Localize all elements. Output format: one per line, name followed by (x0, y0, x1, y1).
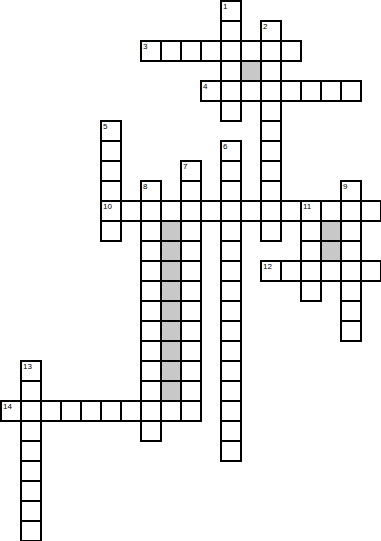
cell[interactable] (300, 280, 322, 302)
cell[interactable] (340, 240, 362, 262)
cell[interactable] (100, 140, 122, 162)
cell[interactable] (260, 100, 282, 122)
shaded-cell[interactable] (320, 240, 342, 262)
cell[interactable] (220, 80, 242, 102)
cell[interactable] (220, 220, 242, 242)
cell[interactable] (260, 40, 282, 62)
cell[interactable] (220, 240, 242, 262)
shaded-cell[interactable] (160, 300, 182, 322)
cell[interactable] (280, 200, 302, 222)
cell[interactable] (260, 160, 282, 182)
clue-number: 3 (143, 42, 147, 51)
clue-number: 12 (263, 262, 272, 271)
cell[interactable]: 2 (260, 20, 282, 42)
cell[interactable] (180, 240, 202, 262)
cell[interactable] (340, 260, 362, 282)
cell[interactable] (140, 280, 162, 302)
cell[interactable] (260, 120, 282, 142)
cell[interactable] (100, 400, 122, 422)
cell[interactable] (160, 40, 182, 62)
cell[interactable] (20, 520, 42, 541)
cell[interactable] (180, 260, 202, 282)
clue-number: 2 (263, 22, 267, 31)
cell[interactable] (280, 260, 302, 282)
shaded-cell[interactable] (160, 240, 182, 262)
cell[interactable] (20, 440, 42, 462)
cell[interactable] (140, 420, 162, 442)
cell[interactable] (220, 100, 242, 122)
cell[interactable] (220, 320, 242, 342)
cell[interactable] (220, 280, 242, 302)
cell[interactable] (180, 360, 202, 382)
cell[interactable] (100, 220, 122, 242)
cell[interactable] (300, 260, 322, 282)
cell[interactable] (220, 300, 242, 322)
cell[interactable] (200, 40, 222, 62)
cell[interactable] (220, 260, 242, 282)
cell[interactable]: 13 (20, 360, 42, 382)
cell[interactable] (160, 400, 182, 422)
cell[interactable] (140, 240, 162, 262)
cell[interactable] (320, 260, 342, 282)
cell[interactable] (300, 240, 322, 262)
clue-number: 13 (23, 362, 32, 371)
cell[interactable] (120, 400, 142, 422)
cell[interactable] (300, 80, 322, 102)
cell[interactable] (140, 320, 162, 342)
cell[interactable] (220, 360, 242, 382)
cell[interactable] (140, 300, 162, 322)
clue-number: 14 (3, 402, 12, 411)
cell[interactable] (260, 60, 282, 82)
cell[interactable] (180, 280, 202, 302)
cell[interactable] (100, 180, 122, 202)
cell[interactable] (220, 380, 242, 402)
cell[interactable]: 3 (140, 40, 162, 62)
cell[interactable] (180, 200, 202, 222)
cell[interactable] (20, 460, 42, 482)
cell[interactable] (40, 400, 62, 422)
shaded-cell[interactable] (160, 360, 182, 382)
crossword-board: 1234567891011121314 (0, 0, 381, 541)
cell[interactable]: 11 (300, 200, 322, 222)
shaded-cell[interactable] (160, 220, 182, 242)
cell[interactable] (220, 60, 242, 82)
cell[interactable] (180, 380, 202, 402)
cell[interactable] (220, 20, 242, 42)
cell[interactable] (340, 300, 362, 322)
cell[interactable]: 12 (260, 260, 282, 282)
cell[interactable]: 14 (0, 400, 22, 422)
cell[interactable] (220, 420, 242, 442)
cell[interactable] (140, 400, 162, 422)
clue-number: 4 (203, 82, 207, 91)
shaded-cell[interactable] (160, 320, 182, 342)
cell[interactable] (20, 500, 42, 522)
clue-number: 5 (103, 122, 107, 131)
clue-number: 7 (183, 162, 187, 171)
shaded-cell[interactable] (160, 340, 182, 362)
cell[interactable] (180, 40, 202, 62)
cell[interactable] (280, 40, 302, 62)
cell[interactable] (20, 400, 42, 422)
cell[interactable] (80, 400, 102, 422)
clue-number: 9 (343, 182, 347, 191)
cell[interactable] (20, 420, 42, 442)
cell[interactable]: 1 (220, 0, 242, 22)
cell[interactable] (180, 300, 202, 322)
cell[interactable] (220, 40, 242, 62)
cell[interactable] (120, 200, 142, 222)
cell[interactable] (260, 200, 282, 222)
cell[interactable] (160, 200, 182, 222)
cell[interactable] (100, 160, 122, 182)
cell[interactable] (360, 260, 381, 282)
clue-number: 6 (223, 142, 227, 151)
cell[interactable] (220, 180, 242, 202)
clue-number: 1 (223, 2, 227, 11)
shaded-cell[interactable] (320, 220, 342, 242)
cell[interactable] (180, 220, 202, 242)
cell[interactable] (180, 400, 202, 422)
cell[interactable] (340, 80, 362, 102)
cell[interactable]: 4 (200, 80, 222, 102)
cell[interactable] (340, 220, 362, 242)
cell[interactable] (20, 480, 42, 502)
cell[interactable] (260, 80, 282, 102)
cell[interactable] (180, 340, 202, 362)
cell[interactable] (20, 380, 42, 402)
cell[interactable] (240, 80, 262, 102)
cell[interactable] (140, 200, 162, 222)
cell[interactable]: 9 (340, 180, 362, 202)
clue-number: 10 (103, 202, 112, 211)
shaded-cell[interactable] (160, 280, 182, 302)
cell[interactable] (340, 280, 362, 302)
cell[interactable]: 8 (140, 180, 162, 202)
cell[interactable]: 6 (220, 140, 242, 162)
cell[interactable] (140, 220, 162, 242)
cell[interactable] (320, 200, 342, 222)
cell[interactable] (240, 40, 262, 62)
cell[interactable]: 10 (100, 200, 122, 222)
cell[interactable] (140, 260, 162, 282)
clue-number: 8 (143, 182, 147, 191)
shaded-cell[interactable] (160, 260, 182, 282)
cell[interactable] (140, 340, 162, 362)
shaded-cell[interactable] (240, 60, 262, 82)
cell[interactable] (300, 220, 322, 242)
cell[interactable] (260, 180, 282, 202)
cell[interactable]: 5 (100, 120, 122, 142)
cell[interactable] (180, 180, 202, 202)
cell[interactable] (360, 200, 381, 222)
cell[interactable] (340, 320, 362, 342)
cell[interactable] (280, 80, 302, 102)
cell[interactable] (140, 380, 162, 402)
cell[interactable] (220, 340, 242, 362)
cell[interactable] (340, 200, 362, 222)
cell[interactable] (180, 320, 202, 342)
cell[interactable] (60, 400, 82, 422)
cell[interactable] (260, 220, 282, 242)
cell[interactable] (220, 200, 242, 222)
cell[interactable] (220, 400, 242, 422)
cell[interactable] (220, 440, 242, 462)
cell[interactable] (260, 140, 282, 162)
shaded-cell[interactable] (160, 380, 182, 402)
cell[interactable] (320, 80, 342, 102)
cell[interactable] (220, 160, 242, 182)
cell[interactable] (240, 200, 262, 222)
cell[interactable]: 7 (180, 160, 202, 182)
clue-number: 11 (303, 202, 311, 211)
cell[interactable] (140, 360, 162, 382)
cell[interactable] (200, 200, 222, 222)
